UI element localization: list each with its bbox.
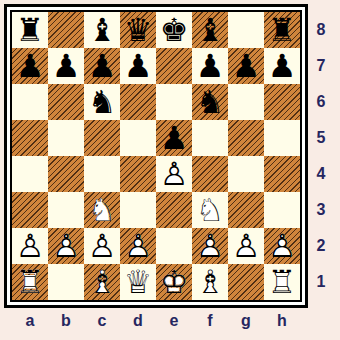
piece-outline: ♖ (12, 264, 48, 300)
square-g3[interactable] (228, 192, 264, 228)
square-e7[interactable] (156, 48, 192, 84)
square-a1[interactable]: ♜♖ (12, 264, 48, 300)
piece-white-pawn-c2[interactable]: ♟♙ (84, 228, 120, 264)
square-e6[interactable] (156, 84, 192, 120)
square-g8[interactable] (228, 12, 264, 48)
piece-black-pawn-a7[interactable]: ♟ (12, 48, 48, 84)
square-h1[interactable]: ♜♖ (264, 264, 300, 300)
square-b2[interactable]: ♟♙ (48, 228, 84, 264)
piece-white-king-e1[interactable]: ♚♔ (156, 264, 192, 300)
square-h8[interactable]: ♜ (264, 12, 300, 48)
square-b8[interactable] (48, 12, 84, 48)
piece-black-king-e8[interactable]: ♚ (156, 12, 192, 48)
square-e4[interactable]: ♟♙ (156, 156, 192, 192)
file-label-e: e (156, 306, 192, 336)
piece-black-pawn-b7[interactable]: ♟ (48, 48, 84, 84)
piece-outline: ♕ (120, 264, 156, 300)
piece-glyph: ♜ (12, 12, 48, 48)
piece-black-knight-c6[interactable]: ♞ (84, 84, 120, 120)
piece-black-rook-h8[interactable]: ♜ (264, 12, 300, 48)
square-c2[interactable]: ♟♙ (84, 228, 120, 264)
square-f7[interactable]: ♟ (192, 48, 228, 84)
piece-white-pawn-g2[interactable]: ♟♙ (228, 228, 264, 264)
piece-glyph: ♟ (192, 48, 228, 84)
square-d4[interactable] (120, 156, 156, 192)
piece-outline: ♖ (264, 264, 300, 300)
square-h5[interactable] (264, 120, 300, 156)
square-d8[interactable]: ♛ (120, 12, 156, 48)
piece-black-pawn-e5[interactable]: ♟ (156, 120, 192, 156)
piece-black-pawn-d7[interactable]: ♟ (120, 48, 156, 84)
square-c4[interactable] (84, 156, 120, 192)
square-a5[interactable] (12, 120, 48, 156)
chess-board: ♜♝♛♚♝♜♟♟♟♟♟♟♟♞♞♟♟♙♞♘♞♘♟♙♟♙♟♙♟♙♟♙♟♙♟♙♜♖♝♗… (12, 12, 300, 300)
piece-glyph: ♞ (192, 84, 228, 120)
piece-glyph: ♟ (48, 48, 84, 84)
square-c7[interactable]: ♟ (84, 48, 120, 84)
square-f3[interactable]: ♞♘ (192, 192, 228, 228)
square-h6[interactable] (264, 84, 300, 120)
piece-glyph: ♚ (156, 12, 192, 48)
square-a8[interactable]: ♜ (12, 12, 48, 48)
square-d6[interactable] (120, 84, 156, 120)
square-h7[interactable]: ♟ (264, 48, 300, 84)
square-b5[interactable] (48, 120, 84, 156)
piece-white-pawn-f2[interactable]: ♟♙ (192, 228, 228, 264)
square-f5[interactable] (192, 120, 228, 156)
piece-outline: ♗ (84, 264, 120, 300)
square-c6[interactable]: ♞ (84, 84, 120, 120)
piece-outline: ♙ (12, 228, 48, 264)
file-label-h: h (264, 306, 300, 336)
file-label-c: c (84, 306, 120, 336)
square-e1[interactable]: ♚♔ (156, 264, 192, 300)
piece-glyph: ♝ (192, 12, 228, 48)
file-label-a: a (12, 306, 48, 336)
square-f8[interactable]: ♝ (192, 12, 228, 48)
square-b7[interactable]: ♟ (48, 48, 84, 84)
piece-outline: ♙ (120, 228, 156, 264)
piece-white-pawn-e4[interactable]: ♟♙ (156, 156, 192, 192)
rank-label-6: 6 (306, 84, 336, 120)
rank-label-5: 5 (306, 120, 336, 156)
square-h4[interactable] (264, 156, 300, 192)
piece-glyph: ♛ (120, 12, 156, 48)
piece-white-pawn-b2[interactable]: ♟♙ (48, 228, 84, 264)
piece-glyph: ♞ (84, 84, 120, 120)
piece-glyph: ♟ (228, 48, 264, 84)
square-b1[interactable] (48, 264, 84, 300)
square-f4[interactable] (192, 156, 228, 192)
square-d3[interactable] (120, 192, 156, 228)
piece-outline: ♙ (228, 228, 264, 264)
piece-glyph: ♟ (12, 48, 48, 84)
rank-label-3: 3 (306, 192, 336, 228)
piece-glyph: ♟ (120, 48, 156, 84)
square-b3[interactable] (48, 192, 84, 228)
piece-white-pawn-a2[interactable]: ♟♙ (12, 228, 48, 264)
square-a6[interactable] (12, 84, 48, 120)
piece-outline: ♙ (192, 228, 228, 264)
piece-glyph: ♟ (156, 120, 192, 156)
square-h2[interactable]: ♟♙ (264, 228, 300, 264)
piece-white-bishop-c1[interactable]: ♝♗ (84, 264, 120, 300)
rank-label-2: 2 (306, 228, 336, 264)
square-f1[interactable]: ♝♗ (192, 264, 228, 300)
square-d2[interactable]: ♟♙ (120, 228, 156, 264)
file-label-g: g (228, 306, 264, 336)
piece-glyph: ♝ (84, 12, 120, 48)
piece-black-queen-d8[interactable]: ♛ (120, 12, 156, 48)
square-g4[interactable] (228, 156, 264, 192)
square-g7[interactable]: ♟ (228, 48, 264, 84)
square-e5[interactable]: ♟ (156, 120, 192, 156)
square-c1[interactable]: ♝♗ (84, 264, 120, 300)
piece-black-bishop-c8[interactable]: ♝ (84, 12, 120, 48)
piece-black-knight-f6[interactable]: ♞ (192, 84, 228, 120)
piece-outline: ♗ (192, 264, 228, 300)
square-g5[interactable] (228, 120, 264, 156)
square-b4[interactable] (48, 156, 84, 192)
square-e8[interactable]: ♚ (156, 12, 192, 48)
file-label-b: b (48, 306, 84, 336)
piece-outline: ♙ (156, 156, 192, 192)
piece-glyph: ♟ (264, 48, 300, 84)
square-g1[interactable] (228, 264, 264, 300)
square-e3[interactable] (156, 192, 192, 228)
square-d5[interactable] (120, 120, 156, 156)
square-f6[interactable]: ♞ (192, 84, 228, 120)
square-f2[interactable]: ♟♙ (192, 228, 228, 264)
rank-labels: 87654321 (306, 12, 336, 300)
piece-white-knight-c3[interactable]: ♞♘ (84, 192, 120, 228)
chess-board-frame: ♜♝♛♚♝♜♟♟♟♟♟♟♟♞♞♟♟♙♞♘♞♘♟♙♟♙♟♙♟♙♟♙♟♙♟♙♜♖♝♗… (4, 4, 308, 308)
square-a3[interactable] (12, 192, 48, 228)
piece-black-rook-a8[interactable]: ♜ (12, 12, 48, 48)
square-h3[interactable] (264, 192, 300, 228)
square-c8[interactable]: ♝ (84, 12, 120, 48)
piece-black-bishop-f8[interactable]: ♝ (192, 12, 228, 48)
piece-outline: ♙ (48, 228, 84, 264)
piece-outline: ♘ (84, 192, 120, 228)
file-labels: abcdefgh (12, 306, 300, 336)
rank-label-4: 4 (306, 156, 336, 192)
piece-white-bishop-f1[interactable]: ♝♗ (192, 264, 228, 300)
rank-label-7: 7 (306, 48, 336, 84)
piece-white-queen-d1[interactable]: ♛♕ (120, 264, 156, 300)
square-g6[interactable] (228, 84, 264, 120)
piece-white-rook-a1[interactable]: ♜♖ (12, 264, 48, 300)
rank-label-1: 1 (306, 264, 336, 300)
square-g2[interactable]: ♟♙ (228, 228, 264, 264)
square-e2[interactable] (156, 228, 192, 264)
square-a2[interactable]: ♟♙ (12, 228, 48, 264)
square-b6[interactable] (48, 84, 84, 120)
file-label-d: d (120, 306, 156, 336)
piece-glyph: ♜ (264, 12, 300, 48)
piece-black-pawn-c7[interactable]: ♟ (84, 48, 120, 84)
piece-white-knight-f3[interactable]: ♞♘ (192, 192, 228, 228)
piece-black-pawn-h7[interactable]: ♟ (264, 48, 300, 84)
file-label-f: f (192, 306, 228, 336)
square-c5[interactable] (84, 120, 120, 156)
piece-black-pawn-f7[interactable]: ♟ (192, 48, 228, 84)
piece-white-pawn-h2[interactable]: ♟♙ (264, 228, 300, 264)
square-d7[interactable]: ♟ (120, 48, 156, 84)
piece-outline: ♙ (264, 228, 300, 264)
piece-black-pawn-g7[interactable]: ♟ (228, 48, 264, 84)
piece-outline: ♔ (156, 264, 192, 300)
piece-outline: ♘ (192, 192, 228, 228)
square-c3[interactable]: ♞♘ (84, 192, 120, 228)
square-a7[interactable]: ♟ (12, 48, 48, 84)
piece-white-rook-h1[interactable]: ♜♖ (264, 264, 300, 300)
piece-glyph: ♟ (84, 48, 120, 84)
chess-board-border: ♜♝♛♚♝♜♟♟♟♟♟♟♟♞♞♟♟♙♞♘♞♘♟♙♟♙♟♙♟♙♟♙♟♙♟♙♜♖♝♗… (10, 10, 302, 302)
piece-white-pawn-d2[interactable]: ♟♙ (120, 228, 156, 264)
piece-outline: ♙ (84, 228, 120, 264)
square-d1[interactable]: ♛♕ (120, 264, 156, 300)
rank-label-8: 8 (306, 12, 336, 48)
square-a4[interactable] (12, 156, 48, 192)
